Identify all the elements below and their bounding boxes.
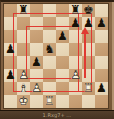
square-d3[interactable] [43,69,56,82]
square-f2[interactable] [69,82,82,95]
black-pawn-a3[interactable]: ♟ [4,69,17,82]
black-rook-b8[interactable]: ♜ [17,4,30,17]
square-h6[interactable] [95,30,108,43]
square-g2[interactable]: ♜♖ [82,82,95,95]
chess-trainer-window: ♜♜♚♟♟♟♟♟♞♟♟♟♙♟♙♝♗♟♙♜♖♟♚♔♜♖ 1.Rxg7+ ... [0,0,114,119]
white-king-b1[interactable]: ♚♔ [17,95,30,108]
square-h1[interactable] [95,95,108,108]
black-pawn-f7[interactable]: ♟ [69,17,82,30]
square-e4[interactable] [56,56,69,69]
square-h4[interactable] [95,56,108,69]
black-pawn-g7[interactable]: ♟ [82,17,95,30]
square-e2[interactable] [56,82,69,95]
black-pawn-h7[interactable]: ♟ [95,17,108,30]
square-b6[interactable] [17,30,30,43]
square-g7[interactable]: ♟ [82,17,95,30]
square-a1[interactable] [4,95,17,108]
black-pawn-c4[interactable]: ♟ [30,56,43,69]
square-b5[interactable] [17,43,30,56]
move-text: 1.Rxg7+ ... [43,112,72,119]
square-d8[interactable] [43,4,56,17]
square-a2[interactable] [4,82,17,95]
square-e8[interactable] [56,4,69,17]
white-rook-d1[interactable]: ♜♖ [43,95,56,108]
status-bar: 1.Rxg7+ ... [0,110,114,119]
square-b1[interactable]: ♚♔ [17,95,30,108]
square-f1[interactable] [69,95,82,108]
square-h2[interactable]: ♟ [95,82,108,95]
black-pawn-e6[interactable]: ♟ [56,30,69,43]
board: ♜♜♚♟♟♟♟♟♞♟♟♟♙♟♙♝♗♟♙♜♖♟♚♔♜♖ [4,4,108,108]
square-a8[interactable] [4,4,17,17]
square-g1[interactable] [82,95,95,108]
square-e1[interactable] [56,95,69,108]
move-arrow-shaft [84,33,86,78]
square-c4[interactable]: ♟ [30,56,43,69]
square-f3[interactable]: ♟♙ [69,69,82,82]
white-rook-g2[interactable]: ♜♖ [82,82,95,95]
square-h7[interactable]: ♟ [95,17,108,30]
square-d5[interactable]: ♞ [43,43,56,56]
square-c8[interactable] [30,4,43,17]
square-f5[interactable] [69,43,82,56]
white-pawn-c2[interactable]: ♟♙ [30,82,43,95]
square-e6[interactable]: ♟ [56,30,69,43]
square-e5[interactable] [56,43,69,56]
square-a5[interactable]: ♟ [4,43,17,56]
square-b7[interactable] [17,17,30,30]
square-d1[interactable]: ♜♖ [43,95,56,108]
square-c2[interactable]: ♟♙ [30,82,43,95]
square-c7[interactable] [30,17,43,30]
black-knight-d5[interactable]: ♞ [43,43,56,56]
square-c1[interactable] [30,95,43,108]
square-d7[interactable] [43,17,56,30]
square-e3[interactable] [56,69,69,82]
black-pawn-a5[interactable]: ♟ [4,43,17,56]
square-a7[interactable] [4,17,17,30]
square-c6[interactable] [30,30,43,43]
white-pawn-f3[interactable]: ♟♙ [69,69,82,82]
black-pawn-h2[interactable]: ♟ [95,82,108,95]
square-b8[interactable]: ♜ [17,4,30,17]
square-h5[interactable] [95,43,108,56]
square-d4[interactable] [43,56,56,69]
square-a3[interactable]: ♟ [4,69,17,82]
square-f7[interactable]: ♟ [69,17,82,30]
